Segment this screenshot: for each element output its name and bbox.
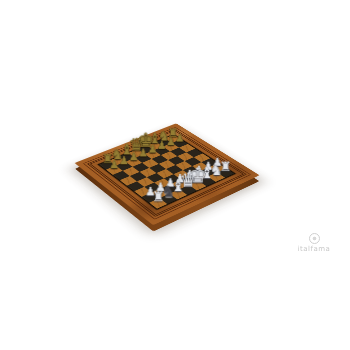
square-a4 xyxy=(127,181,144,191)
square-e3 xyxy=(173,170,190,179)
square-a1 xyxy=(149,198,167,209)
watermark-text: italfama xyxy=(286,245,342,253)
watermark-logo-icon xyxy=(309,233,320,244)
square-f1 xyxy=(198,177,215,187)
square-f2 xyxy=(191,171,208,180)
square-b1 xyxy=(159,194,177,204)
square-b4 xyxy=(137,177,154,187)
square-d3 xyxy=(164,174,181,184)
square-d4 xyxy=(156,169,173,178)
square-a5 xyxy=(120,176,137,186)
square-h1 xyxy=(217,168,234,177)
square-d1 xyxy=(179,185,197,195)
square-a3 xyxy=(134,187,152,197)
square-c5 xyxy=(140,168,157,177)
chess-set-scene: ♜♞♝♛♚♝♞♜♟♟♟♟♟♟♟♟♟♟♟♟♟♟♟♟♜♞♝♛♚♝♞♜ xyxy=(75,123,260,225)
chess-board xyxy=(75,123,260,225)
product-photo: ♜♞♝♛♚♝♞♜♟♟♟♟♟♟♟♟♟♟♟♟♟♟♟♟♜♞♝♛♚♝♞♜ italfam… xyxy=(0,0,350,350)
watermark: italfama xyxy=(286,233,342,253)
square-b2 xyxy=(152,188,170,198)
square-c2 xyxy=(162,184,180,194)
square-d2 xyxy=(171,180,188,190)
square-b5 xyxy=(130,172,147,181)
square-g1 xyxy=(208,172,225,181)
square-a6 xyxy=(113,171,130,180)
square-a2 xyxy=(142,192,160,202)
square-c1 xyxy=(169,189,187,199)
square-b3 xyxy=(144,183,161,193)
square-c3 xyxy=(154,178,171,188)
square-e1 xyxy=(189,181,206,191)
square-c4 xyxy=(147,173,164,183)
square-e2 xyxy=(181,175,198,185)
